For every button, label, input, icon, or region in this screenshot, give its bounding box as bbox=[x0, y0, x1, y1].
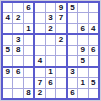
cell-r9c9[interactable] bbox=[89, 89, 98, 98]
cell-r2c4[interactable] bbox=[35, 13, 44, 22]
cell-r1c1[interactable] bbox=[3, 3, 12, 12]
cell-r4c6[interactable]: 2 bbox=[56, 35, 65, 44]
cell-r9c2[interactable] bbox=[13, 89, 22, 98]
cell-r1c9[interactable] bbox=[89, 3, 98, 12]
cell-r1c2[interactable] bbox=[13, 3, 22, 12]
cell-r6c8[interactable]: 5 bbox=[78, 56, 87, 65]
cell-r2c6[interactable]: 7 bbox=[56, 13, 65, 22]
sudoku-box-9: 3156 bbox=[68, 68, 98, 98]
cell-r4c1[interactable] bbox=[3, 35, 12, 44]
cell-r8c5[interactable]: 6 bbox=[46, 78, 55, 87]
cell-r5c3[interactable] bbox=[24, 46, 33, 55]
cell-r7c7[interactable]: 3 bbox=[68, 68, 77, 77]
sudoku-box-5: 24 bbox=[35, 35, 65, 65]
cell-r2c7[interactable] bbox=[68, 13, 77, 22]
cell-r6c6[interactable] bbox=[56, 56, 65, 65]
cell-r5c5[interactable] bbox=[46, 46, 55, 55]
cell-r2c9[interactable] bbox=[89, 13, 98, 22]
cell-r4c3[interactable] bbox=[24, 35, 33, 44]
cell-r8c8[interactable]: 1 bbox=[78, 78, 87, 87]
cell-r5c6[interactable] bbox=[56, 46, 65, 55]
cell-r3c8[interactable]: 6 bbox=[78, 24, 87, 33]
cell-r3c7[interactable] bbox=[68, 24, 77, 33]
cell-r7c2[interactable]: 6 bbox=[13, 68, 22, 77]
cell-r9c7[interactable]: 6 bbox=[68, 89, 77, 98]
cell-r3c9[interactable]: 4 bbox=[89, 24, 98, 33]
cell-r4c8[interactable] bbox=[78, 35, 87, 44]
cell-r1c4[interactable] bbox=[35, 3, 44, 12]
sudoku-box-3: 564 bbox=[68, 3, 98, 33]
cell-r6c5[interactable] bbox=[46, 56, 55, 65]
cell-r8c1[interactable] bbox=[3, 78, 12, 87]
cell-r3c2[interactable] bbox=[13, 24, 22, 33]
cell-r4c9[interactable] bbox=[89, 35, 98, 44]
cell-r4c5[interactable] bbox=[46, 35, 55, 44]
cell-r9c3[interactable]: 8 bbox=[24, 89, 33, 98]
cell-r4c2[interactable]: 3 bbox=[13, 35, 22, 44]
sudoku-box-4: 358 bbox=[3, 35, 33, 65]
cell-r3c4[interactable] bbox=[35, 24, 44, 33]
cell-r7c9[interactable] bbox=[89, 68, 98, 77]
cell-r3c1[interactable] bbox=[3, 24, 12, 33]
cell-r8c9[interactable]: 5 bbox=[89, 78, 98, 87]
cell-r6c3[interactable] bbox=[24, 56, 33, 65]
cell-r2c1[interactable]: 4 bbox=[3, 13, 12, 22]
cell-r7c1[interactable]: 9 bbox=[3, 68, 12, 77]
cell-r8c3[interactable] bbox=[24, 78, 33, 87]
cell-r6c9[interactable] bbox=[89, 56, 98, 65]
cell-r8c2[interactable] bbox=[13, 78, 22, 87]
cell-r5c2[interactable]: 8 bbox=[13, 46, 22, 55]
cell-r9c4[interactable]: 2 bbox=[35, 89, 44, 98]
sudoku-widget: 642193725643582496596817623156 bbox=[0, 0, 101, 101]
cell-r6c1[interactable] bbox=[3, 56, 12, 65]
sudoku-board: 642193725643582496596817623156 bbox=[1, 1, 100, 100]
cell-r1c8[interactable] bbox=[78, 3, 87, 12]
cell-r5c4[interactable] bbox=[35, 46, 44, 55]
cell-r6c7[interactable] bbox=[68, 56, 77, 65]
cell-r2c8[interactable] bbox=[78, 13, 87, 22]
cell-r9c5[interactable] bbox=[46, 89, 55, 98]
cell-r6c2[interactable] bbox=[13, 56, 22, 65]
cell-r5c7[interactable] bbox=[68, 46, 77, 55]
cell-r3c3[interactable]: 1 bbox=[24, 24, 33, 33]
cell-r4c4[interactable] bbox=[35, 35, 44, 44]
cell-r7c5[interactable]: 1 bbox=[46, 68, 55, 77]
cell-r1c6[interactable]: 9 bbox=[56, 3, 65, 12]
sudoku-box-7: 968 bbox=[3, 68, 33, 98]
cell-r7c6[interactable] bbox=[56, 68, 65, 77]
sudoku-box-6: 965 bbox=[68, 35, 98, 65]
cell-r9c1[interactable] bbox=[3, 89, 12, 98]
cell-r2c5[interactable]: 3 bbox=[46, 13, 55, 22]
sudoku-box-2: 9372 bbox=[35, 3, 65, 33]
cell-r3c5[interactable]: 2 bbox=[46, 24, 55, 33]
cell-r1c5[interactable] bbox=[46, 3, 55, 12]
cell-r2c2[interactable]: 2 bbox=[13, 13, 22, 22]
cell-r5c8[interactable]: 9 bbox=[78, 46, 87, 55]
cell-r2c3[interactable] bbox=[24, 13, 33, 22]
cell-r9c8[interactable] bbox=[78, 89, 87, 98]
sudoku-box-1: 6421 bbox=[3, 3, 33, 33]
cell-r6c4[interactable]: 4 bbox=[35, 56, 44, 65]
cell-r8c6[interactable] bbox=[56, 78, 65, 87]
cell-r5c1[interactable]: 5 bbox=[3, 46, 12, 55]
cell-r7c3[interactable] bbox=[24, 68, 33, 77]
cell-r3c6[interactable] bbox=[56, 24, 65, 33]
cell-r4c7[interactable] bbox=[68, 35, 77, 44]
cell-r7c8[interactable] bbox=[78, 68, 87, 77]
cell-r8c7[interactable] bbox=[68, 78, 77, 87]
cell-r1c7[interactable]: 5 bbox=[68, 3, 77, 12]
cell-r8c4[interactable]: 7 bbox=[35, 78, 44, 87]
cell-r9c6[interactable] bbox=[56, 89, 65, 98]
cell-r1c3[interactable]: 6 bbox=[24, 3, 33, 12]
cell-r5c9[interactable]: 6 bbox=[89, 46, 98, 55]
sudoku-box-8: 1762 bbox=[35, 68, 65, 98]
cell-r7c4[interactable] bbox=[35, 68, 44, 77]
